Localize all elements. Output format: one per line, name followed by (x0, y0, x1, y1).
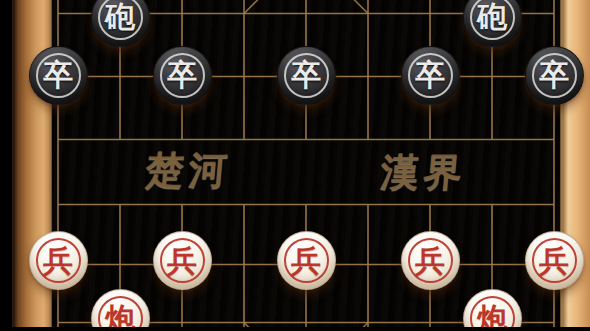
piece-character: 砲 (477, 2, 507, 32)
red-soldier-piece[interactable]: 兵 (401, 231, 460, 290)
pieces-grid: 砲砲卒卒卒卒卒兵兵兵兵兵炮炮 (27, 0, 585, 331)
piece-character: 砲 (105, 2, 135, 32)
red-soldier-piece[interactable]: 兵 (525, 231, 584, 290)
red-soldier-piece[interactable]: 兵 (29, 231, 88, 290)
black-cannon-piece[interactable]: 砲 (463, 0, 522, 47)
piece-character: 卒 (415, 60, 445, 90)
black-soldier-piece[interactable]: 卒 (401, 46, 460, 105)
red-soldier-piece[interactable]: 兵 (153, 231, 212, 290)
xiangqi-board-frame: 楚河 漢界 砲砲卒卒卒卒卒兵兵兵兵兵炮炮 (0, 0, 590, 331)
piece-character: 卒 (167, 60, 197, 90)
red-cannon-piece[interactable]: 炮 (463, 289, 522, 331)
black-soldier-piece[interactable]: 卒 (277, 46, 336, 105)
red-cannon-piece[interactable]: 炮 (91, 289, 150, 331)
letterbox-bottom-bar (0, 327, 590, 331)
piece-character: 兵 (43, 246, 73, 276)
piece-character: 兵 (415, 246, 445, 276)
piece-character: 兵 (539, 246, 569, 276)
piece-character: 卒 (539, 60, 569, 90)
piece-character: 卒 (291, 60, 321, 90)
letterbox-left-bar (0, 0, 15, 331)
piece-character: 兵 (291, 246, 321, 276)
black-cannon-piece[interactable]: 砲 (91, 0, 150, 47)
piece-character: 兵 (167, 246, 197, 276)
red-soldier-piece[interactable]: 兵 (277, 231, 336, 290)
piece-character: 卒 (43, 60, 73, 90)
black-soldier-piece[interactable]: 卒 (153, 46, 212, 105)
black-soldier-piece[interactable]: 卒 (525, 46, 584, 105)
black-soldier-piece[interactable]: 卒 (29, 46, 88, 105)
